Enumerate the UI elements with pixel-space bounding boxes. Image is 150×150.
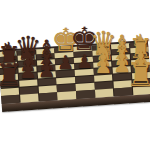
square-g1 — [114, 88, 133, 97]
square-d1 — [58, 91, 77, 100]
product-photo[interactable]: ♚♚♞♛♝♛♝♞♜♞♝♞♝♜♟♟♟♟♟♟♟♟♟♟♟♟♜♜ — [0, 0, 150, 150]
square-e1 — [76, 90, 95, 99]
square-h1 — [133, 86, 150, 95]
chess-board — [0, 40, 150, 112]
square-c1 — [39, 93, 58, 102]
square-a1 — [1, 95, 20, 104]
square-b1 — [20, 94, 39, 103]
board-grid — [0, 42, 150, 104]
square-f1 — [95, 89, 114, 98]
